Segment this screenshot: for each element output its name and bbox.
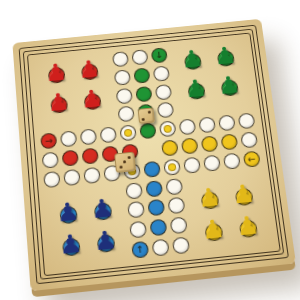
start-cell-red-r5-c1[interactable]: → — [38, 131, 59, 152]
yellow-yard-cell[interactable]: ♟ — [229, 211, 268, 247]
field-circle — [116, 87, 133, 103]
home-cell-blue-r9-c6[interactable] — [145, 197, 167, 219]
track-cell-r4-c5[interactable] — [115, 104, 137, 125]
field-circle — [135, 86, 152, 102]
board-perspective-wrap: ↓→←↑ ♟♟♟♟♟♟♟♟♟♟♟♟♟♟♟♟ — [12, 19, 296, 291]
blue-yard: ♟♟♟♟ — [50, 194, 125, 265]
field-circle — [129, 221, 147, 239]
field-circle — [133, 67, 150, 83]
field-circle — [157, 102, 174, 119]
blue-pawn[interactable]: ♟ — [58, 230, 83, 258]
track-cell-r7-c8[interactable] — [181, 154, 203, 175]
red-yard: ♟♟♟♟ — [38, 55, 110, 121]
field-circle — [153, 65, 170, 81]
start-cell-blue-r11-c5[interactable]: ↑ — [129, 239, 152, 261]
blue-pawn[interactable]: ♟ — [55, 199, 80, 226]
track-cell-r10-c7[interactable] — [168, 215, 191, 237]
track-cell-r2-c5[interactable] — [112, 67, 133, 87]
field-circle — [159, 121, 177, 138]
blue-pawn[interactable]: ♟ — [93, 227, 118, 255]
field-circle — [42, 152, 59, 169]
field-circle — [240, 131, 258, 148]
blue-yard-cell[interactable]: ♟ — [87, 225, 125, 261]
track-cell-r7-c1[interactable] — [41, 169, 63, 190]
blue-yard-cell[interactable]: ♟ — [84, 194, 121, 229]
track-cell-r9-c5[interactable] — [125, 199, 147, 221]
track-cell-r5-c2[interactable] — [58, 129, 80, 150]
start-cell-yellow-r7-c11[interactable]: ← — [241, 148, 263, 169]
field-circle — [83, 167, 100, 184]
field-circle — [168, 197, 186, 214]
track-cell-r11-c6[interactable] — [149, 237, 172, 259]
field-circle — [165, 178, 183, 195]
yellow-yard-cell[interactable]: ♟ — [194, 214, 232, 250]
home-cell-green-r5-c6[interactable] — [137, 121, 159, 142]
field-circle — [147, 199, 165, 217]
field-circle — [238, 113, 256, 130]
field-circle — [172, 237, 190, 255]
field-circle — [163, 159, 181, 176]
home-cell-yellow-r6-c9[interactable] — [198, 133, 220, 154]
field-circle — [43, 171, 60, 188]
track-cell-r7-c9[interactable] — [201, 152, 223, 173]
track-cell-dot-r7-c7[interactable] — [161, 156, 183, 177]
track-cell-r5-c11[interactable] — [236, 111, 258, 132]
home-cell-green-r3-c6[interactable] — [133, 84, 155, 104]
green-pawn[interactable]: ♟ — [180, 47, 205, 72]
track-cell-r1-c6[interactable] — [129, 47, 150, 67]
die-pip — [148, 111, 151, 114]
field-circle — [201, 135, 219, 152]
track-cell-r5-c9[interactable] — [196, 115, 218, 136]
green-pawn[interactable]: ♟ — [183, 76, 208, 101]
red-yard-cell[interactable]: ♟ — [74, 85, 110, 118]
red-pawn[interactable]: ♟ — [46, 89, 70, 115]
home-cell-yellow-r6-c10[interactable] — [218, 131, 240, 152]
field-circle — [218, 115, 236, 132]
start-cell-green-r1-c7[interactable]: ↓ — [149, 45, 170, 65]
green-pawn[interactable]: ♟ — [216, 73, 241, 98]
field-circle: → — [40, 133, 57, 150]
field-circle — [127, 201, 145, 219]
field-circle — [62, 150, 79, 167]
track-cell-r2-c7[interactable] — [151, 63, 173, 83]
yellow-yard: ♟♟♟♟ — [190, 179, 267, 250]
field-circle: ↓ — [151, 47, 168, 63]
field-circle — [155, 84, 172, 100]
field-circle: ← — [243, 150, 261, 167]
track-cell-r3-c5[interactable] — [114, 86, 136, 106]
track-cell-r1-c5[interactable] — [110, 49, 131, 69]
yellow-pawn[interactable]: ♟ — [235, 212, 261, 239]
green-yard: ♟♟♟♟ — [174, 42, 248, 108]
green-yard-cell[interactable]: ♟ — [211, 71, 248, 104]
field-circle — [82, 148, 99, 165]
green-yard-cell[interactable]: ♟ — [174, 45, 211, 78]
green-yard-cell[interactable]: ♟ — [178, 74, 215, 107]
field-circle — [179, 119, 197, 136]
track-cell-r5-c8[interactable] — [177, 117, 199, 138]
home-cell-green-r2-c6[interactable] — [131, 65, 152, 85]
field-circle — [203, 154, 221, 171]
field-circle — [100, 127, 117, 144]
field-circle — [145, 180, 163, 197]
red-pawn[interactable]: ♟ — [44, 60, 68, 85]
field-circle — [181, 137, 199, 154]
field-circle — [119, 125, 136, 142]
yellow-pawn[interactable]: ♟ — [196, 184, 222, 211]
green-pawn[interactable]: ♟ — [213, 43, 238, 68]
track-cell-r10-c5[interactable] — [127, 219, 149, 241]
board-centre — [139, 139, 161, 160]
field-circle — [149, 219, 167, 237]
red-yard-cell[interactable]: ♟ — [38, 59, 74, 92]
home-cell-red-r6-c3[interactable] — [79, 146, 101, 167]
field-circle — [114, 69, 131, 85]
track-cell-r6-c11[interactable] — [238, 129, 260, 150]
yellow-dot-marker — [167, 163, 176, 172]
field-circle — [63, 169, 80, 186]
wooden-die-1[interactable] — [138, 107, 155, 124]
yellow-yard-cell[interactable]: ♟ — [225, 179, 263, 214]
die-pip — [142, 118, 145, 121]
field-circle — [220, 133, 238, 150]
track-cell-r8-c5[interactable] — [123, 180, 145, 202]
blue-pawn[interactable]: ♟ — [90, 195, 115, 222]
track-cell-r9-c7[interactable] — [165, 195, 187, 217]
track-cell-r8-c7[interactable] — [163, 176, 185, 197]
die-pip — [128, 156, 131, 159]
track-cell-r5-c10[interactable] — [216, 113, 238, 134]
start-arrow-icon: ← — [247, 154, 256, 164]
red-yard-cell[interactable]: ♟ — [41, 88, 77, 121]
wooden-die-2[interactable] — [114, 152, 136, 173]
track-cell-r5-c3[interactable] — [78, 127, 100, 148]
field-circle — [152, 239, 170, 257]
field-circle — [112, 51, 129, 67]
yellow-dot-marker — [163, 125, 172, 134]
field-circle — [131, 49, 148, 65]
ludo-board: ↓→←↑ ♟♟♟♟♟♟♟♟♟♟♟♟♟♟♟♟ — [12, 19, 296, 291]
track-cell-r3-c7[interactable] — [153, 82, 175, 102]
track-cell-dot-r5-c5[interactable] — [117, 123, 139, 144]
field-circle — [80, 129, 97, 146]
field-circle — [161, 140, 179, 157]
red-pawn[interactable]: ♟ — [80, 86, 104, 112]
field-circle — [223, 152, 241, 169]
field-circle: ↑ — [131, 241, 149, 259]
field-circle — [139, 123, 156, 140]
track-cell-r5-c4[interactable] — [97, 125, 119, 146]
start-arrow-icon: → — [44, 136, 53, 146]
red-pawn[interactable]: ♟ — [77, 57, 101, 82]
yellow-pawn[interactable]: ♟ — [230, 181, 256, 208]
home-cell-blue-r10-c6[interactable] — [147, 217, 169, 239]
home-cell-blue-r7-c6[interactable] — [141, 159, 163, 180]
start-arrow-icon: ↓ — [155, 51, 164, 60]
track-cell-dot-r5-c7[interactable] — [157, 119, 179, 140]
track-cell-r7-c10[interactable] — [221, 150, 243, 171]
start-arrow-icon: ↑ — [136, 245, 145, 255]
field-circle — [125, 182, 143, 199]
track-cell-r4-c7[interactable] — [155, 100, 177, 121]
blue-yard-cell[interactable]: ♟ — [52, 229, 90, 265]
yellow-yard-cell[interactable]: ♟ — [190, 183, 228, 218]
yellow-dot-marker — [124, 129, 133, 138]
blue-yard-cell[interactable]: ♟ — [50, 197, 87, 232]
die-pip — [119, 166, 122, 169]
die-pip — [123, 161, 126, 164]
yellow-pawn[interactable]: ♟ — [200, 216, 226, 243]
product-photo-scene: ↓→←↑ ♟♟♟♟♟♟♟♟♟♟♟♟♟♟♟♟ — [0, 0, 300, 300]
track-cell-r11-c7[interactable] — [170, 235, 193, 257]
field-circle — [198, 117, 216, 134]
home-cell-blue-r8-c6[interactable] — [143, 178, 165, 199]
home-cell-red-r6-c2[interactable] — [59, 148, 81, 169]
track-cell-r7-c3[interactable] — [81, 165, 103, 186]
home-cell-yellow-r6-c8[interactable] — [179, 135, 201, 156]
track-cell-r7-c2[interactable] — [61, 167, 83, 188]
green-yard-cell[interactable]: ♟ — [207, 42, 244, 75]
track-cell-r6-c1[interactable] — [40, 150, 62, 171]
field-circle — [143, 161, 161, 178]
red-yard-cell[interactable]: ♟ — [71, 55, 107, 88]
home-cell-yellow-r6-c7[interactable] — [159, 137, 181, 158]
field-circle — [60, 131, 77, 148]
field-circle — [118, 106, 135, 123]
field-circle — [183, 157, 201, 174]
field-circle — [170, 217, 188, 235]
